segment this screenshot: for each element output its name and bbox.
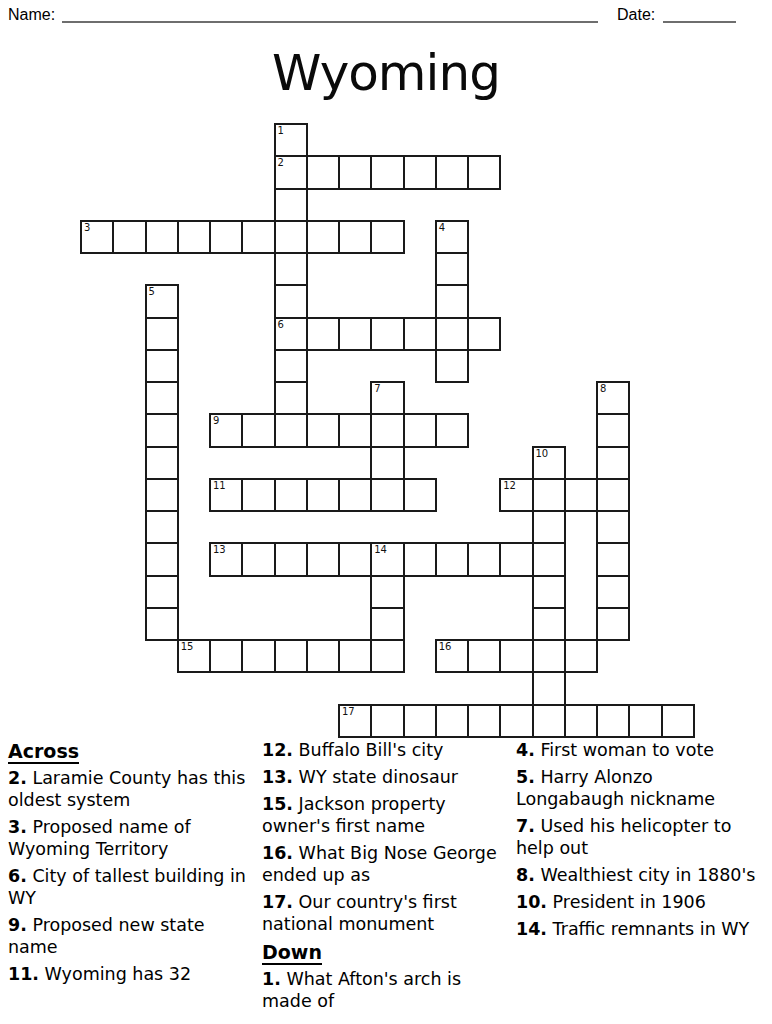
clue-across-9: 9. Proposed new state name — [8, 914, 254, 958]
grid-cell-r1-c11[interactable] — [435, 155, 469, 189]
clue-column-1: Across2. Laramie County has this oldest … — [8, 739, 254, 990]
clue-across-16: 16. What Big Nose George ended up as — [262, 842, 508, 886]
grid-cell-r1-c8[interactable] — [338, 155, 372, 189]
clue-down-7-number: 7. — [516, 816, 535, 836]
clue-across-2: 2. Laramie County has this oldest system — [8, 767, 254, 811]
puzzle-title: Wyoming — [0, 44, 772, 102]
grid-cell-r3-c9[interactable] — [370, 220, 404, 254]
grid-cell-r0-c6[interactable]: 1 — [274, 123, 308, 157]
grid-cell-r15-c2[interactable] — [145, 607, 179, 641]
clue-across-3: 3. Proposed name of Wyoming Territory — [8, 816, 254, 860]
grid-cell-r11-c13[interactable]: 12 — [499, 478, 533, 512]
clue-number-7: 7 — [374, 383, 380, 395]
name-fill-line[interactable] — [62, 21, 598, 23]
grid-cell-r14-c14[interactable] — [532, 575, 566, 609]
grid-cell-r17-c14[interactable] — [532, 671, 566, 705]
clue-column-3: 4. First woman to vote5. Harry Alonzo Lo… — [516, 739, 762, 945]
name-label: Name: — [8, 7, 55, 23]
clue-number-6: 6 — [278, 319, 284, 331]
grid-cell-r9-c8[interactable] — [338, 413, 372, 447]
grid-cell-r13-c16[interactable] — [596, 542, 630, 576]
grid-cell-r9-c4[interactable]: 9 — [209, 413, 243, 447]
clue-down-14: 14. Traffic remnants in WY — [516, 918, 762, 940]
grid-cell-r11-c16[interactable] — [596, 478, 630, 512]
grid-cell-r16-c7[interactable] — [306, 639, 340, 673]
grid-cell-r16-c9[interactable] — [370, 639, 404, 673]
grid-cell-r11-c14[interactable] — [532, 478, 566, 512]
grid-cell-r18-c9[interactable] — [370, 704, 404, 738]
grid-cell-r13-c2[interactable] — [145, 542, 179, 576]
grid-cell-r18-c13[interactable] — [499, 704, 533, 738]
grid-cell-r14-c2[interactable] — [145, 575, 179, 609]
clue-down-1-number: 1. — [262, 969, 281, 989]
grid-cell-r18-c12[interactable] — [467, 704, 501, 738]
clue-across-15-number: 15. — [262, 794, 293, 814]
grid-cell-r16-c6[interactable] — [274, 639, 308, 673]
grid-cell-r1-c6[interactable]: 2 — [274, 155, 308, 189]
clue-down-10-number: 10. — [516, 892, 547, 912]
grid-cell-r7-c6[interactable] — [274, 349, 308, 383]
grid-cell-r6-c2[interactable] — [145, 317, 179, 351]
grid-cell-r6-c11[interactable] — [435, 317, 469, 351]
clue-across-16-number: 16. — [262, 843, 293, 863]
grid-cell-r6-c7[interactable] — [306, 317, 340, 351]
grid-cell-r15-c9[interactable] — [370, 607, 404, 641]
clue-number-2: 2 — [278, 157, 284, 169]
clue-number-15: 15 — [181, 641, 194, 653]
grid-cell-r3-c5[interactable] — [241, 220, 275, 254]
clue-number-11: 11 — [213, 480, 226, 492]
grid-cell-r16-c3[interactable]: 15 — [177, 639, 211, 673]
clue-number-13: 13 — [213, 544, 226, 556]
clue-across-9-number: 9. — [8, 915, 27, 935]
grid-cell-r6-c9[interactable] — [370, 317, 404, 351]
grid-cell-r9-c9[interactable] — [370, 413, 404, 447]
grid-cell-r14-c16[interactable] — [596, 575, 630, 609]
grid-cell-r3-c11[interactable]: 4 — [435, 220, 469, 254]
grid-cell-r16-c8[interactable] — [338, 639, 372, 673]
grid-cell-r11-c9[interactable] — [370, 478, 404, 512]
clue-across-11-number: 11. — [8, 964, 39, 984]
grid-cell-r16-c14[interactable] — [532, 639, 566, 673]
grid-cell-r5-c6[interactable] — [274, 284, 308, 318]
grid-cell-r9-c10[interactable] — [403, 413, 437, 447]
grid-cell-r18-c17[interactable] — [628, 704, 662, 738]
worksheet-page: Name: Date: Wyoming 12345678910111213141… — [0, 0, 772, 1024]
clue-down-4: 4. First woman to vote — [516, 739, 762, 761]
grid-cell-r9-c6[interactable] — [274, 413, 308, 447]
grid-cell-r13-c13[interactable] — [499, 542, 533, 576]
grid-cell-r3-c6[interactable] — [274, 220, 308, 254]
grid-cell-r3-c0[interactable]: 3 — [80, 220, 114, 254]
grid-cell-r9-c11[interactable] — [435, 413, 469, 447]
grid-cell-r3-c7[interactable] — [306, 220, 340, 254]
grid-cell-r1-c12[interactable] — [467, 155, 501, 189]
clue-down-1: 1. What Afton's arch is made of — [262, 968, 508, 1012]
grid-cell-r6-c6[interactable]: 6 — [274, 317, 308, 351]
clue-down-5: 5. Harry Alonzo Longabaugh nickname — [516, 766, 762, 810]
grid-cell-r11-c6[interactable] — [274, 478, 308, 512]
grid-cell-r13-c5[interactable] — [241, 542, 275, 576]
grid-cell-r16-c13[interactable] — [499, 639, 533, 673]
grid-cell-r9-c7[interactable] — [306, 413, 340, 447]
clue-down-8: 8. Wealthiest city in 1880's — [516, 864, 762, 886]
grid-cell-r3-c8[interactable] — [338, 220, 372, 254]
grid-cell-r14-c9[interactable] — [370, 575, 404, 609]
grid-cell-r10-c2[interactable] — [145, 446, 179, 480]
clue-across-3-number: 3. — [8, 817, 27, 837]
grid-cell-r3-c3[interactable] — [177, 220, 211, 254]
grid-cell-r3-c1[interactable] — [112, 220, 146, 254]
grid-cell-r13-c4[interactable]: 13 — [209, 542, 243, 576]
across-heading-label: Across — [8, 740, 79, 764]
clue-down-8-number: 8. — [516, 865, 535, 885]
grid-cell-r9-c5[interactable] — [241, 413, 275, 447]
grid-cell-r18-c14[interactable] — [532, 704, 566, 738]
clue-number-8: 8 — [600, 383, 606, 395]
grid-cell-r16-c15[interactable] — [564, 639, 598, 673]
grid-cell-r13-c8[interactable] — [338, 542, 372, 576]
clue-across-13: 13. WY state dinosaur — [262, 766, 508, 788]
grid-cell-r13-c6[interactable] — [274, 542, 308, 576]
clue-number-1: 1 — [278, 125, 284, 137]
grid-cell-r11-c8[interactable] — [338, 478, 372, 512]
grid-cell-r4-c11[interactable] — [435, 252, 469, 286]
grid-cell-r2-c6[interactable] — [274, 188, 308, 222]
grid-cell-r13-c12[interactable] — [467, 542, 501, 576]
grid-cell-r10-c9[interactable] — [370, 446, 404, 480]
grid-cell-r9-c2[interactable] — [145, 413, 179, 447]
clue-number-3: 3 — [84, 222, 90, 234]
grid-cell-r11-c2[interactable] — [145, 478, 179, 512]
clue-across-12-number: 12. — [262, 740, 293, 760]
clue-across-13-number: 13. — [262, 767, 293, 787]
grid-cell-r10-c14[interactable]: 10 — [532, 446, 566, 480]
crossword-grid: 1234567891011121314151617 — [80, 123, 695, 738]
grid-cell-r6-c8[interactable] — [338, 317, 372, 351]
grid-cell-r16-c5[interactable] — [241, 639, 275, 673]
grid-cell-r11-c4[interactable]: 11 — [209, 478, 243, 512]
grid-cell-r1-c7[interactable] — [306, 155, 340, 189]
clue-column-2: 12. Buffalo Bill's city13. WY state dino… — [262, 739, 508, 1017]
clue-across-17-number: 17. — [262, 892, 293, 912]
grid-cell-r15-c14[interactable] — [532, 607, 566, 641]
grid-cell-r13-c10[interactable] — [403, 542, 437, 576]
grid-cell-r18-c8[interactable]: 17 — [338, 704, 372, 738]
clue-number-12: 12 — [503, 480, 516, 492]
clue-across-15: 15. Jackson property owner's first name — [262, 793, 508, 837]
clue-number-4: 4 — [439, 222, 445, 234]
grid-cell-r8-c2[interactable] — [145, 381, 179, 415]
date-label: Date: — [617, 7, 655, 23]
grid-cell-r18-c15[interactable] — [564, 704, 598, 738]
grid-cell-r1-c10[interactable] — [403, 155, 437, 189]
clue-number-14: 14 — [374, 544, 387, 556]
grid-cell-r13-c11[interactable] — [435, 542, 469, 576]
grid-cell-r15-c16[interactable] — [596, 607, 630, 641]
clue-down-14-number: 14. — [516, 919, 547, 939]
clue-across-17: 17. Our country's first national monumen… — [262, 891, 508, 935]
grid-cell-r18-c11[interactable] — [435, 704, 469, 738]
grid-cell-r13-c14[interactable] — [532, 542, 566, 576]
clue-number-17: 17 — [342, 706, 355, 718]
grid-cell-r10-c16[interactable] — [596, 446, 630, 480]
grid-cell-r3-c4[interactable] — [209, 220, 243, 254]
grid-cell-r16-c12[interactable] — [467, 639, 501, 673]
grid-cell-r8-c9[interactable]: 7 — [370, 381, 404, 415]
grid-cell-r6-c10[interactable] — [403, 317, 437, 351]
down-heading: Down — [262, 940, 508, 964]
grid-cell-r13-c9[interactable]: 14 — [370, 542, 404, 576]
grid-cell-r12-c16[interactable] — [596, 510, 630, 544]
grid-cell-r18-c18[interactable] — [661, 704, 695, 738]
grid-cell-r16-c11[interactable]: 16 — [435, 639, 469, 673]
grid-cell-r6-c12[interactable] — [467, 317, 501, 351]
clue-down-4-number: 4. — [516, 740, 535, 760]
grid-cell-r7-c2[interactable] — [145, 349, 179, 383]
clue-number-16: 16 — [439, 641, 452, 653]
grid-cell-r7-c11[interactable] — [435, 349, 469, 383]
grid-cell-r18-c16[interactable] — [596, 704, 630, 738]
grid-cell-r5-c11[interactable] — [435, 284, 469, 318]
clue-number-9: 9 — [213, 415, 219, 427]
clue-number-10: 10 — [536, 448, 549, 460]
down-heading-label: Down — [262, 941, 322, 965]
clue-across-11: 11. Wyoming has 32 — [8, 963, 254, 985]
date-fill-line[interactable] — [663, 21, 736, 23]
clue-across-2-number: 2. — [8, 768, 27, 788]
grid-cell-r12-c2[interactable] — [145, 510, 179, 544]
grid-cell-r16-c4[interactable] — [209, 639, 243, 673]
grid-cell-r8-c16[interactable]: 8 — [596, 381, 630, 415]
grid-cell-r4-c6[interactable] — [274, 252, 308, 286]
grid-cell-r1-c9[interactable] — [370, 155, 404, 189]
grid-cell-r11-c7[interactable] — [306, 478, 340, 512]
grid-cell-r11-c10[interactable] — [403, 478, 437, 512]
grid-cell-r12-c14[interactable] — [532, 510, 566, 544]
clue-down-10: 10. President in 1906 — [516, 891, 762, 913]
grid-cell-r18-c10[interactable] — [403, 704, 437, 738]
grid-cell-r5-c2[interactable]: 5 — [145, 284, 179, 318]
grid-cell-r9-c16[interactable] — [596, 413, 630, 447]
clue-across-12: 12. Buffalo Bill's city — [262, 739, 508, 761]
clue-across-6: 6. City of tallest building in WY — [8, 865, 254, 909]
clue-across-6-number: 6. — [8, 866, 27, 886]
grid-cell-r13-c7[interactable] — [306, 542, 340, 576]
grid-cell-r3-c2[interactable] — [145, 220, 179, 254]
clue-number-5: 5 — [149, 286, 155, 298]
across-heading: Across — [8, 739, 254, 763]
grid-cell-r11-c15[interactable] — [564, 478, 598, 512]
grid-cell-r8-c6[interactable] — [274, 381, 308, 415]
grid-cell-r11-c5[interactable] — [241, 478, 275, 512]
clue-down-7: 7. Used his helicopter to help out — [516, 815, 762, 859]
clue-down-5-number: 5. — [516, 767, 535, 787]
